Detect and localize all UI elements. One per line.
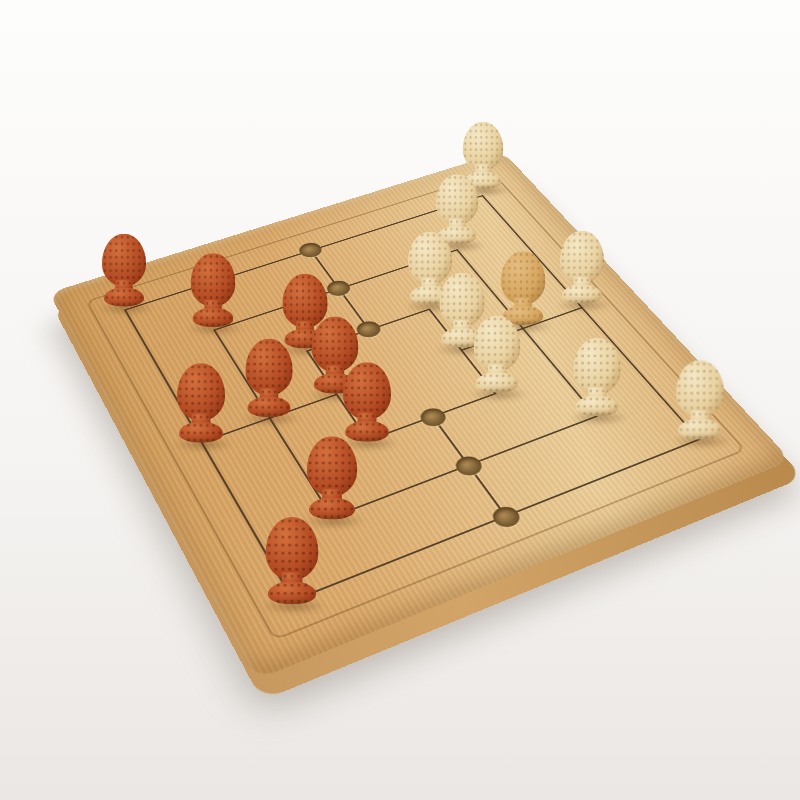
peg-contact-shadow xyxy=(557,298,613,312)
peg-contact-shadow xyxy=(172,436,233,452)
peg-contact-shadow xyxy=(569,409,629,424)
red-peg-b2[interactable] xyxy=(305,436,358,526)
product-photo-scene xyxy=(0,0,800,800)
point-hole-d3[interactable] xyxy=(417,406,450,430)
peg-contact-shadow xyxy=(187,321,243,336)
cream-peg-g4[interactable] xyxy=(559,231,605,310)
peg-head xyxy=(574,337,621,394)
red-peg-c3[interactable] xyxy=(342,362,392,448)
red-peg-a4[interactable] xyxy=(175,363,225,449)
peg-head xyxy=(474,315,521,371)
cream-peg-g1[interactable] xyxy=(675,360,725,446)
peg-head xyxy=(191,253,236,307)
peg-head xyxy=(306,436,356,496)
peg-contact-shadow xyxy=(241,411,301,426)
point-hole-d2[interactable] xyxy=(451,453,486,478)
peg-head xyxy=(343,362,391,419)
red-peg-a1[interactable] xyxy=(265,517,320,611)
peg-contact-shadow xyxy=(672,433,733,449)
point-hole-d1[interactable] xyxy=(488,503,524,530)
red-peg-b6[interactable] xyxy=(190,253,237,333)
peg-head xyxy=(676,360,724,417)
point-hole-d7[interactable] xyxy=(296,241,325,260)
peg-head xyxy=(177,363,225,421)
red-peg-b4[interactable] xyxy=(244,339,293,423)
peg-head xyxy=(462,122,503,171)
red-peg-a7[interactable] xyxy=(101,233,147,312)
peg-contact-shadow xyxy=(98,301,154,315)
cream-peg-e3[interactable] xyxy=(473,315,522,398)
peg-contact-shadow xyxy=(470,386,529,401)
peg-contact-shadow xyxy=(261,598,328,615)
cream-peg-f2[interactable] xyxy=(572,337,621,421)
peg-head xyxy=(245,339,292,396)
peg-head xyxy=(102,233,146,286)
